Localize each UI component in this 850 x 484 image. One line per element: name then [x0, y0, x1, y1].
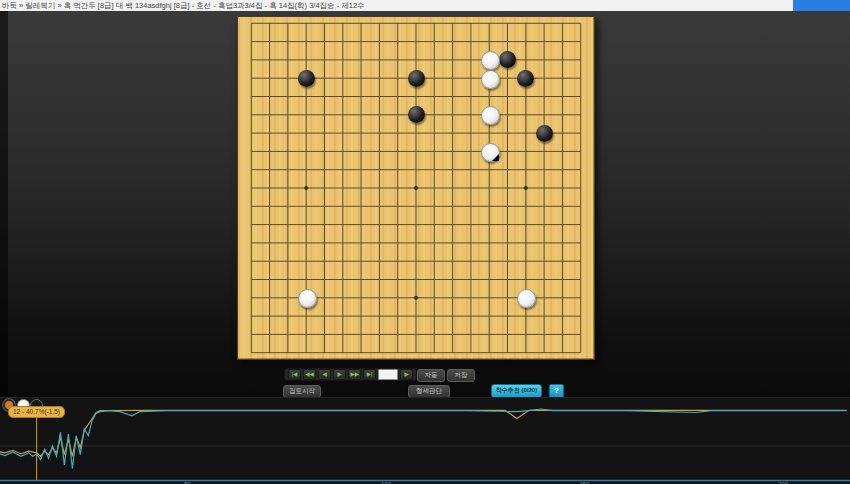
- nav-go-button[interactable]: ▶: [400, 369, 413, 380]
- move-nav-strip: |◀◀◀◀▶▶▶▶|▶: [284, 368, 417, 381]
- auto-button[interactable]: 자동: [417, 369, 445, 382]
- nav-last[interactable]: ▶|: [363, 369, 376, 380]
- title-bar: 바둑 » 릴레복기 » 흑 먹간두 [8급] 대 백 134asdfghj [8…: [0, 0, 850, 11]
- move-number-input[interactable]: [378, 369, 398, 380]
- last-move-marker: [492, 154, 499, 161]
- left-edge-strip: [0, 11, 8, 397]
- nav-back1[interactable]: ◀: [318, 369, 331, 380]
- white-stone: [481, 143, 500, 162]
- black-stone: [536, 125, 553, 142]
- winrate-graph-panel[interactable]: 12 - 40.7%(-1.5) 50100150200: [0, 397, 850, 484]
- winrate-chart[interactable]: [0, 398, 850, 484]
- black-stone: [517, 70, 534, 87]
- white-stone: [481, 106, 500, 125]
- black-stone: [408, 106, 425, 123]
- current-move-tooltip: 12 - 40.7%(-1.5): [8, 406, 65, 418]
- nav-first[interactable]: |◀: [288, 369, 301, 380]
- board-grid: [238, 17, 594, 359]
- game-title: 바둑 » 릴레복기 » 흑 먹간두 [8급] 대 백 134asdfghj [8…: [2, 1, 365, 11]
- nav-back10[interactable]: ◀◀: [303, 369, 316, 380]
- white-stone: [481, 70, 500, 89]
- go-board[interactable]: [237, 16, 595, 360]
- ai-move-hint-button[interactable]: 착수추천 (0/20): [491, 384, 542, 398]
- help-button[interactable]: ?: [549, 384, 564, 398]
- main-area: |◀◀◀◀▶▶▶▶|▶ 자동 저장 검토시작 형세판단 착수추천 (0/20) …: [0, 11, 850, 397]
- save-button[interactable]: 저장: [447, 369, 475, 382]
- white-stone: [481, 51, 500, 70]
- nav-fwd10[interactable]: ▶▶: [348, 369, 361, 380]
- black-stone: [298, 70, 315, 87]
- white-stone: [298, 289, 317, 308]
- black-stone: [408, 70, 425, 87]
- nav-fwd1[interactable]: ▶: [333, 369, 346, 380]
- titlebar-blue-accent: [793, 0, 850, 11]
